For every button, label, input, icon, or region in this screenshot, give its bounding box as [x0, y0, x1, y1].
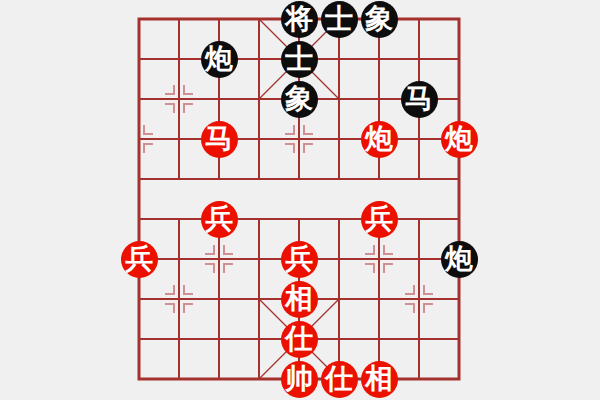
intersection[interactable]: [119, 119, 159, 159]
intersection[interactable]: 仕: [279, 319, 319, 359]
intersection[interactable]: [319, 319, 359, 359]
intersection[interactable]: [239, 319, 279, 359]
intersection[interactable]: [239, 359, 279, 399]
intersection[interactable]: [279, 199, 319, 239]
board: 将士象炮士象马马炮炮兵兵兵兵炮相仕帅仕相: [119, 0, 479, 399]
intersection[interactable]: [239, 119, 279, 159]
intersection[interactable]: 象: [279, 79, 319, 119]
xiangqi-board-screenshot: 将士象炮士象马马炮炮兵兵兵兵炮相仕帅仕相: [0, 0, 600, 400]
black-horse[interactable]: 马: [401, 81, 438, 118]
red-pawn[interactable]: 兵: [201, 201, 238, 238]
red-pawn[interactable]: 兵: [361, 201, 398, 238]
intersection[interactable]: [159, 39, 199, 79]
red-elephant[interactable]: 相: [281, 281, 318, 318]
red-horse[interactable]: 马: [201, 121, 238, 158]
intersection[interactable]: 炮: [439, 239, 479, 279]
intersection[interactable]: [399, 39, 439, 79]
intersection[interactable]: [439, 79, 479, 119]
intersection[interactable]: 帅: [279, 359, 319, 399]
intersection[interactable]: 马: [199, 119, 239, 159]
intersection[interactable]: [119, 39, 159, 79]
intersection[interactable]: 炮: [359, 119, 399, 159]
intersection[interactable]: [159, 119, 199, 159]
intersection[interactable]: [399, 0, 439, 39]
black-cannon[interactable]: 炮: [441, 241, 478, 278]
intersection[interactable]: [359, 239, 399, 279]
intersection[interactable]: 相: [359, 359, 399, 399]
intersection[interactable]: [319, 119, 359, 159]
intersection[interactable]: [199, 279, 239, 319]
intersection[interactable]: [399, 119, 439, 159]
intersection[interactable]: [119, 279, 159, 319]
intersection[interactable]: [399, 199, 439, 239]
intersection[interactable]: [319, 39, 359, 79]
intersection[interactable]: [159, 279, 199, 319]
intersection[interactable]: [399, 239, 439, 279]
intersection[interactable]: 相: [279, 279, 319, 319]
intersection[interactable]: [399, 359, 439, 399]
intersection[interactable]: 兵: [119, 239, 159, 279]
intersection[interactable]: [439, 159, 479, 199]
intersection[interactable]: [199, 319, 239, 359]
intersection[interactable]: [399, 159, 439, 199]
intersection[interactable]: [439, 359, 479, 399]
intersection[interactable]: [159, 79, 199, 119]
intersection[interactable]: [199, 359, 239, 399]
intersection[interactable]: [359, 319, 399, 359]
intersection[interactable]: [359, 279, 399, 319]
red-advisor[interactable]: 仕: [321, 361, 358, 398]
intersection[interactable]: [239, 79, 279, 119]
intersection[interactable]: [239, 39, 279, 79]
intersection[interactable]: 炮: [199, 39, 239, 79]
intersection[interactable]: [399, 279, 439, 319]
intersection[interactable]: [199, 159, 239, 199]
intersection[interactable]: 象: [359, 0, 399, 39]
intersection[interactable]: [359, 159, 399, 199]
intersection[interactable]: [199, 0, 239, 39]
intersection[interactable]: 兵: [279, 239, 319, 279]
red-pawn[interactable]: 兵: [121, 241, 158, 278]
intersection[interactable]: [239, 239, 279, 279]
intersection[interactable]: [239, 0, 279, 39]
red-cannon[interactable]: 炮: [361, 121, 398, 158]
intersection[interactable]: [399, 319, 439, 359]
intersection[interactable]: [439, 319, 479, 359]
intersection[interactable]: [319, 279, 359, 319]
red-elephant[interactable]: 相: [361, 361, 398, 398]
red-general[interactable]: 帅: [281, 361, 318, 398]
intersection[interactable]: [319, 239, 359, 279]
red-pawn[interactable]: 兵: [281, 241, 318, 278]
intersection[interactable]: 仕: [319, 359, 359, 399]
intersection[interactable]: 士: [319, 0, 359, 39]
intersection[interactable]: 兵: [359, 199, 399, 239]
intersection[interactable]: [239, 159, 279, 199]
intersection[interactable]: [199, 239, 239, 279]
intersection[interactable]: [119, 0, 159, 39]
black-advisor[interactable]: 士: [281, 41, 318, 78]
intersection[interactable]: [239, 279, 279, 319]
intersection[interactable]: [159, 319, 199, 359]
intersection[interactable]: [319, 199, 359, 239]
intersection[interactable]: [119, 359, 159, 399]
intersection[interactable]: [439, 39, 479, 79]
black-general[interactable]: 将: [281, 1, 318, 38]
intersection[interactable]: [279, 119, 319, 159]
intersection[interactable]: [439, 0, 479, 39]
black-advisor[interactable]: 士: [321, 1, 358, 38]
intersection[interactable]: [159, 159, 199, 199]
intersection[interactable]: [119, 319, 159, 359]
intersection[interactable]: [159, 0, 199, 39]
red-advisor[interactable]: 仕: [281, 321, 318, 358]
black-elephant[interactable]: 象: [281, 81, 318, 118]
intersection[interactable]: [439, 199, 479, 239]
intersection[interactable]: [319, 159, 359, 199]
intersection[interactable]: 士: [279, 39, 319, 79]
intersection[interactable]: [199, 79, 239, 119]
intersection[interactable]: [119, 159, 159, 199]
intersection[interactable]: [319, 79, 359, 119]
intersection[interactable]: 马: [399, 79, 439, 119]
red-cannon[interactable]: 炮: [441, 121, 478, 158]
intersection[interactable]: [439, 279, 479, 319]
intersection[interactable]: [159, 359, 199, 399]
intersection[interactable]: 将: [279, 0, 319, 39]
intersection[interactable]: [119, 199, 159, 239]
intersection[interactable]: [119, 79, 159, 119]
intersection[interactable]: [359, 79, 399, 119]
intersection[interactable]: [159, 199, 199, 239]
intersection[interactable]: [279, 159, 319, 199]
intersection[interactable]: [359, 39, 399, 79]
intersection[interactable]: [239, 199, 279, 239]
black-elephant[interactable]: 象: [361, 1, 398, 38]
intersection[interactable]: 炮: [439, 119, 479, 159]
intersection[interactable]: 兵: [199, 199, 239, 239]
intersection[interactable]: [159, 239, 199, 279]
black-cannon[interactable]: 炮: [201, 41, 238, 78]
